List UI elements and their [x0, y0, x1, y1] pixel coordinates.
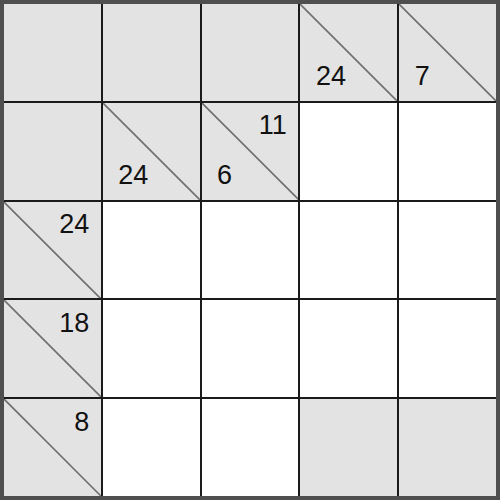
- across-clue: 18: [59, 310, 89, 337]
- cell-r2c2-clue: 24: [103, 103, 200, 200]
- cell-r2c4-entry[interactable]: [300, 103, 397, 200]
- cell-r1c5-clue: 7: [399, 4, 496, 101]
- cell-r2c5-entry[interactable]: [399, 103, 496, 200]
- cell-r1c4-clue: 24: [300, 4, 397, 101]
- down-clue: 7: [415, 63, 430, 90]
- cell-r2c3-clue: 116: [202, 103, 299, 200]
- cell-r4c1-clue: 18: [4, 300, 101, 397]
- cell-r3c3-entry[interactable]: [202, 202, 299, 299]
- cell-r3c1-clue: 24: [4, 202, 101, 299]
- down-clue: 24: [316, 63, 346, 90]
- cell-r5c3-entry[interactable]: [202, 399, 299, 496]
- kakuro-board: 2472411624188: [0, 0, 500, 500]
- cell-r4c4-entry[interactable]: [300, 300, 397, 397]
- down-clue: 6: [217, 162, 232, 189]
- across-clue: 24: [59, 211, 89, 238]
- cell-r3c5-entry[interactable]: [399, 202, 496, 299]
- cell-r5c2-entry[interactable]: [103, 399, 200, 496]
- across-clue: 8: [74, 409, 89, 436]
- cell-r4c2-entry[interactable]: [103, 300, 200, 397]
- cell-r3c2-entry[interactable]: [103, 202, 200, 299]
- cell-r5c4-blocked: [300, 399, 397, 496]
- cell-r3c4-entry[interactable]: [300, 202, 397, 299]
- kakuro-puzzle: 2472411624188: [0, 0, 500, 500]
- cell-r1c1-blocked: [4, 4, 101, 101]
- cell-r1c3-blocked: [202, 4, 299, 101]
- cell-r5c1-clue: 8: [4, 399, 101, 496]
- cell-r4c3-entry[interactable]: [202, 300, 299, 397]
- cell-r1c2-blocked: [103, 4, 200, 101]
- cell-r5c5-blocked: [399, 399, 496, 496]
- cell-r4c5-entry[interactable]: [399, 300, 496, 397]
- down-clue: 24: [118, 162, 148, 189]
- cell-r2c1-blocked: [4, 103, 101, 200]
- across-clue: 11: [259, 112, 287, 139]
